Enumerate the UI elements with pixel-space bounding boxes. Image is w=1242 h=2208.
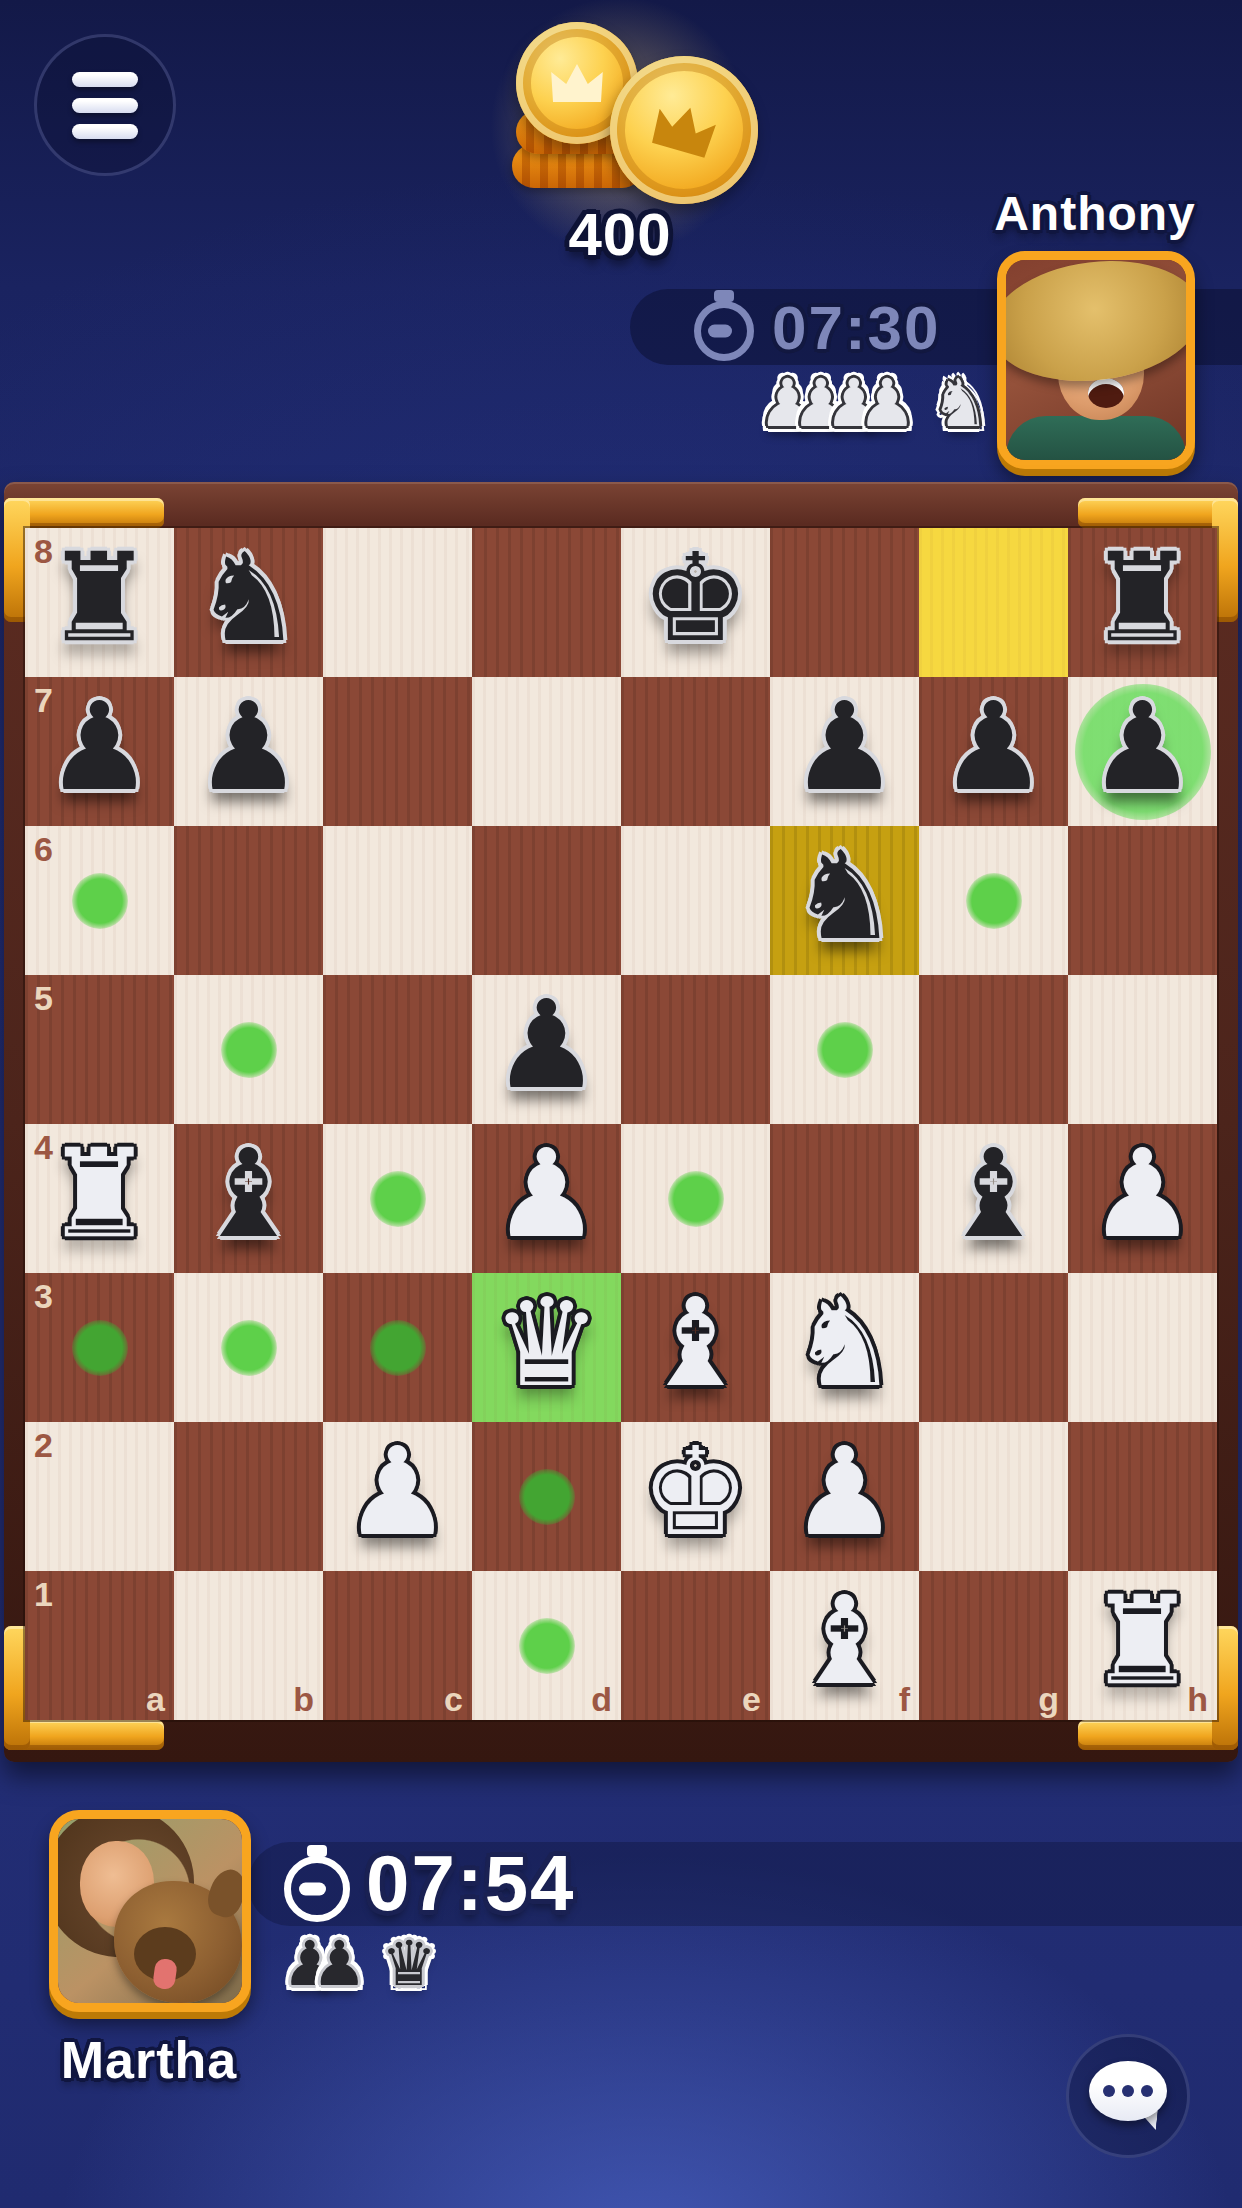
square-a4[interactable]: 4♜ bbox=[25, 1124, 174, 1273]
player-name: Martha bbox=[29, 2030, 269, 2090]
square-h4[interactable]: ♟ bbox=[1068, 1124, 1217, 1273]
square-e4[interactable] bbox=[621, 1124, 770, 1273]
captured-black-pawn: ♟ bbox=[312, 1928, 368, 1999]
file-label-g: g bbox=[1038, 1682, 1059, 1716]
square-f4[interactable] bbox=[770, 1124, 919, 1273]
square-f5[interactable] bbox=[770, 975, 919, 1124]
square-b3[interactable] bbox=[174, 1273, 323, 1422]
square-d7[interactable] bbox=[472, 677, 621, 826]
hamburger-icon bbox=[72, 72, 138, 87]
square-a3[interactable]: 3 bbox=[25, 1273, 174, 1422]
black-pawn: ♟ bbox=[770, 672, 919, 821]
square-a2[interactable]: 2 bbox=[25, 1422, 174, 1571]
file-label-b: b bbox=[293, 1682, 314, 1716]
opponent-name: Anthony bbox=[960, 186, 1230, 241]
captured-white-knight: ♞ bbox=[931, 366, 990, 442]
legal-move-dot bbox=[370, 1320, 426, 1376]
black-rook: ♜ bbox=[1068, 523, 1217, 672]
square-f6[interactable]: ♞ bbox=[770, 826, 919, 975]
player-avatar[interactable] bbox=[49, 1810, 251, 2012]
square-a7[interactable]: 7♟ bbox=[25, 677, 174, 826]
square-f2[interactable]: ♟ bbox=[770, 1422, 919, 1571]
avatar-photo bbox=[58, 1819, 242, 2003]
square-f1[interactable]: f♝ bbox=[770, 1571, 919, 1720]
avatar-photo bbox=[1006, 260, 1186, 460]
square-c5[interactable] bbox=[323, 975, 472, 1124]
square-d2[interactable] bbox=[472, 1422, 621, 1571]
square-g8[interactable] bbox=[919, 528, 1068, 677]
square-d5[interactable]: ♟ bbox=[472, 975, 621, 1124]
rank-label-2: 2 bbox=[34, 1428, 53, 1462]
coin-balance-display bbox=[492, 16, 748, 212]
black-pawn: ♟ bbox=[1068, 672, 1217, 821]
square-d4[interactable]: ♟ bbox=[472, 1124, 621, 1273]
square-b1[interactable]: b bbox=[174, 1571, 323, 1720]
white-rook: ♜ bbox=[25, 1119, 174, 1268]
white-queen: ♛ bbox=[472, 1268, 621, 1417]
legal-move-dot bbox=[668, 1171, 724, 1227]
square-g1[interactable]: g bbox=[919, 1571, 1068, 1720]
square-g2[interactable] bbox=[919, 1422, 1068, 1571]
square-h1[interactable]: h♜ bbox=[1068, 1571, 1217, 1720]
square-c6[interactable] bbox=[323, 826, 472, 975]
chat-bubble-icon bbox=[1089, 2061, 1167, 2121]
square-e1[interactable]: e bbox=[621, 1571, 770, 1720]
square-b4[interactable]: ♝ bbox=[174, 1124, 323, 1273]
legal-move-dot bbox=[72, 1320, 128, 1376]
square-f8[interactable] bbox=[770, 528, 919, 677]
chess-board-frame: 8♜♞♚♜7♟♟♟♟♟6♞5♟4♜♝♟♝♟3♛♝♞2♟♚♟1abcdef♝gh♜ bbox=[4, 482, 1238, 1762]
black-pawn: ♟ bbox=[472, 970, 621, 1119]
opponent-captured-tray: ♟♟♟♟♞ bbox=[758, 366, 990, 442]
rank-label-6: 6 bbox=[34, 832, 53, 866]
white-pawn: ♟ bbox=[323, 1417, 472, 1566]
square-c2[interactable]: ♟ bbox=[323, 1422, 472, 1571]
file-label-d: d bbox=[591, 1682, 612, 1716]
square-g3[interactable] bbox=[919, 1273, 1068, 1422]
player-captured-tray: ♟♟♛ bbox=[282, 1928, 437, 1999]
legal-move-dot bbox=[817, 1022, 873, 1078]
white-pawn: ♟ bbox=[770, 1417, 919, 1566]
square-g4[interactable]: ♝ bbox=[919, 1124, 1068, 1273]
chat-button[interactable] bbox=[1066, 2034, 1190, 2158]
square-c4[interactable] bbox=[323, 1124, 472, 1273]
white-pawn: ♟ bbox=[472, 1119, 621, 1268]
square-h7[interactable]: ♟ bbox=[1068, 677, 1217, 826]
square-f3[interactable]: ♞ bbox=[770, 1273, 919, 1422]
square-b8[interactable]: ♞ bbox=[174, 528, 323, 677]
black-bishop: ♝ bbox=[174, 1119, 323, 1268]
rank-label-3: 3 bbox=[34, 1279, 53, 1313]
legal-move-dot bbox=[221, 1022, 277, 1078]
square-d6[interactable] bbox=[472, 826, 621, 975]
white-pawn: ♟ bbox=[1068, 1119, 1217, 1268]
black-knight: ♞ bbox=[770, 821, 919, 970]
white-bishop: ♝ bbox=[770, 1566, 919, 1715]
square-h6[interactable] bbox=[1068, 826, 1217, 975]
square-a6[interactable]: 6 bbox=[25, 826, 174, 975]
game-screen: 400 Anthony 07:30 ♟♟♟♟♞ 8♜♞♚♜7♟♟♟♟♟6♞5♟4… bbox=[0, 0, 1242, 2208]
black-pawn: ♟ bbox=[919, 672, 1068, 821]
opponent-avatar[interactable] bbox=[997, 251, 1195, 469]
square-c7[interactable] bbox=[323, 677, 472, 826]
square-g6[interactable] bbox=[919, 826, 1068, 975]
black-rook: ♜ bbox=[25, 523, 174, 672]
square-b5[interactable] bbox=[174, 975, 323, 1124]
file-label-a: a bbox=[146, 1682, 165, 1716]
square-a1[interactable]: 1a bbox=[25, 1571, 174, 1720]
stopwatch-icon bbox=[694, 301, 754, 361]
captured-white-pawn: ♟ bbox=[858, 366, 917, 442]
legal-move-dot bbox=[370, 1171, 426, 1227]
coin-amount: 400 bbox=[492, 200, 748, 269]
square-b2[interactable] bbox=[174, 1422, 323, 1571]
rank-label-1: 1 bbox=[34, 1577, 53, 1611]
legal-move-dot bbox=[221, 1320, 277, 1376]
square-h3[interactable] bbox=[1068, 1273, 1217, 1422]
square-d3[interactable]: ♛ bbox=[472, 1273, 621, 1422]
black-pawn: ♟ bbox=[174, 672, 323, 821]
board-grid: 8♜♞♚♜7♟♟♟♟♟6♞5♟4♜♝♟♝♟3♛♝♞2♟♚♟1abcdef♝gh♜ bbox=[25, 528, 1217, 1720]
legal-move-dot bbox=[519, 1618, 575, 1674]
black-knight: ♞ bbox=[174, 523, 323, 672]
square-c8[interactable] bbox=[323, 528, 472, 677]
square-d1[interactable]: d bbox=[472, 1571, 621, 1720]
legal-move-dot bbox=[519, 1469, 575, 1525]
opponent-clock: 07:30 bbox=[772, 292, 941, 363]
square-e8[interactable]: ♚ bbox=[621, 528, 770, 677]
square-e5[interactable] bbox=[621, 975, 770, 1124]
white-bishop: ♝ bbox=[621, 1268, 770, 1417]
file-label-c: c bbox=[444, 1682, 463, 1716]
square-c3[interactable] bbox=[323, 1273, 472, 1422]
square-h2[interactable] bbox=[1068, 1422, 1217, 1571]
square-a8[interactable]: 8♜ bbox=[25, 528, 174, 677]
black-pawn: ♟ bbox=[25, 672, 174, 821]
square-e3[interactable]: ♝ bbox=[621, 1273, 770, 1422]
legal-move-dot bbox=[72, 873, 128, 929]
black-bishop: ♝ bbox=[919, 1119, 1068, 1268]
square-e7[interactable] bbox=[621, 677, 770, 826]
square-e2[interactable]: ♚ bbox=[621, 1422, 770, 1571]
square-c1[interactable]: c bbox=[323, 1571, 472, 1720]
square-g7[interactable]: ♟ bbox=[919, 677, 1068, 826]
square-d8[interactable] bbox=[472, 528, 621, 677]
square-a5[interactable]: 5 bbox=[25, 975, 174, 1124]
legal-move-dot bbox=[966, 873, 1022, 929]
white-knight: ♞ bbox=[770, 1268, 919, 1417]
white-king: ♚ bbox=[621, 1417, 770, 1566]
file-label-e: e bbox=[742, 1682, 761, 1716]
square-e6[interactable] bbox=[621, 826, 770, 975]
white-rook: ♜ bbox=[1068, 1566, 1217, 1715]
menu-button[interactable] bbox=[34, 34, 176, 176]
square-h5[interactable] bbox=[1068, 975, 1217, 1124]
square-g5[interactable] bbox=[919, 975, 1068, 1124]
square-b7[interactable]: ♟ bbox=[174, 677, 323, 826]
square-f7[interactable]: ♟ bbox=[770, 677, 919, 826]
square-b6[interactable] bbox=[174, 826, 323, 975]
stopwatch-icon bbox=[284, 1856, 350, 1922]
square-h8[interactable]: ♜ bbox=[1068, 528, 1217, 677]
captured-black-queen: ♛ bbox=[381, 1928, 437, 1999]
player-clock: 07:54 bbox=[366, 1838, 576, 1929]
black-king: ♚ bbox=[621, 523, 770, 672]
rank-label-5: 5 bbox=[34, 981, 53, 1015]
